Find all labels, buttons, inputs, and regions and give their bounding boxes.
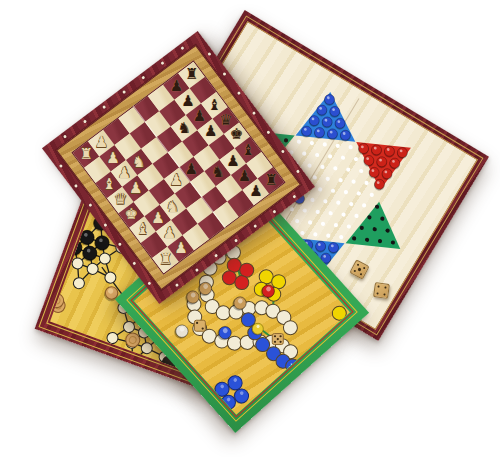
cc-hole — [346, 167, 351, 172]
chess-piece-black-n[interactable]: ♞ — [211, 166, 224, 181]
cc-hole — [333, 166, 338, 171]
frame-dot-inlay — [74, 184, 78, 188]
frame-dot-inlay — [234, 239, 238, 243]
cc-hole — [326, 233, 331, 238]
cc-hole — [325, 177, 330, 182]
frame-dot-inlay — [222, 72, 226, 76]
frame-dot-inlay — [118, 242, 122, 246]
die-pip — [358, 268, 361, 271]
cc-hole — [318, 187, 323, 192]
cc-hole — [297, 139, 302, 144]
frame-dot-inlay — [208, 52, 212, 56]
cc-hole — [338, 178, 343, 183]
die-pip — [376, 292, 379, 295]
die-pip — [384, 286, 387, 289]
cc-hole — [310, 198, 315, 203]
chess-piece-white-n[interactable]: ♞ — [166, 200, 179, 215]
frame-dot-inlay — [195, 268, 199, 272]
cc-hole — [315, 153, 320, 158]
cc-hole — [328, 154, 333, 159]
die-pip — [280, 340, 282, 342]
frame-dot-inlay — [253, 224, 257, 228]
cc-hole — [369, 193, 374, 198]
wooden-die-value-4[interactable] — [373, 282, 390, 299]
die-pip — [359, 272, 362, 275]
frame-dot-inlay — [122, 90, 126, 94]
wooden-die-on-ludo[interactable] — [194, 320, 205, 331]
frame-dot-inlay — [281, 150, 285, 154]
frame-dot-inlay — [89, 203, 93, 207]
cc-hole — [349, 202, 354, 207]
cc-hole — [348, 145, 353, 150]
chess-piece-white-b[interactable]: ♝ — [136, 222, 149, 237]
die-pip — [362, 266, 365, 269]
frame-dot-inlay — [175, 283, 179, 287]
die-pip — [356, 263, 359, 266]
cc-hole — [331, 188, 336, 193]
cc-hole — [354, 214, 359, 219]
cc-hole — [302, 208, 307, 213]
die-pip — [277, 337, 279, 339]
cc-hole — [341, 212, 346, 217]
morris-node[interactable] — [105, 331, 119, 345]
cc-hole — [312, 175, 317, 180]
cc-hole — [336, 200, 341, 205]
cc-hole — [290, 207, 295, 212]
cc-hole — [323, 199, 328, 204]
frame-dot-inlay — [292, 195, 296, 199]
cc-hole — [320, 165, 325, 170]
cc-hole — [347, 224, 352, 229]
game-compendium-scene: ★ ♜♟♟♜♟♟♝♟♞♞♟♝♛♟♟♛♚♟♟♚♝♟♞♞♟♝♟♟♜♟♟♜ — [0, 0, 500, 457]
cc-hole — [334, 223, 339, 228]
frame-dot-inlay — [102, 105, 106, 109]
die-pip — [274, 340, 276, 342]
cc-hole — [308, 220, 313, 225]
frame-dot-inlay — [296, 169, 300, 173]
cc-hole — [313, 232, 318, 237]
frame-dot-inlay — [266, 130, 270, 134]
cc-hole — [339, 235, 344, 240]
frame-dot-inlay — [237, 91, 241, 95]
frame-dot-inlay — [59, 164, 63, 168]
cc-hole — [321, 221, 326, 226]
cc-hole — [354, 157, 359, 162]
cc-hole — [335, 143, 340, 148]
frame-dot-inlay — [214, 253, 218, 257]
die-pip — [280, 334, 282, 336]
die-pip — [202, 327, 204, 329]
chess-piece-black-r[interactable]: ♜ — [185, 67, 198, 82]
cc-hole — [310, 141, 315, 146]
chess-piece-black-b[interactable]: ♝ — [242, 143, 255, 158]
frame-dot-inlay — [252, 111, 256, 115]
frame-dot-inlay — [83, 120, 87, 124]
die-pip — [274, 334, 276, 336]
cc-hole — [315, 210, 320, 215]
frame-dot-inlay — [272, 209, 276, 213]
cc-hole — [328, 211, 333, 216]
chess-piece-black-p[interactable]: ♟ — [204, 124, 217, 139]
cc-hole — [344, 190, 349, 195]
chess-piece-white-n[interactable]: ♞ — [132, 154, 145, 169]
die-pip — [196, 321, 198, 323]
cc-hole — [351, 179, 356, 184]
cc-hole — [357, 191, 362, 196]
chess-piece-black-n[interactable]: ♞ — [177, 120, 190, 135]
cc-hole — [300, 231, 305, 236]
frame-dot-inlay — [63, 134, 67, 138]
frame-dot-inlay — [180, 46, 184, 50]
cc-hole — [362, 203, 367, 208]
die-pip — [353, 269, 356, 272]
cc-hole — [359, 169, 364, 174]
frame-dot-inlay — [133, 261, 137, 265]
die-pip — [383, 293, 386, 296]
cc-hole — [322, 142, 327, 147]
chess-piece-white-p[interactable]: ♟ — [170, 173, 183, 188]
chess-piece-white-p[interactable]: ♟ — [174, 241, 187, 256]
cc-hole — [364, 181, 369, 186]
wooden-die-on-ludo[interactable] — [272, 333, 283, 344]
cc-hole — [341, 155, 346, 160]
chess-piece-black-p[interactable]: ♟ — [249, 184, 262, 199]
chess-piece-white-r[interactable]: ♜ — [159, 253, 172, 268]
die-pip — [377, 285, 380, 288]
chess-piece-black-r[interactable]: ♜ — [264, 173, 277, 188]
frame-dot-inlay — [161, 61, 165, 65]
frame-dot-inlay — [103, 222, 107, 226]
frame-dot-inlay — [147, 281, 151, 285]
cc-hole — [295, 219, 300, 224]
frame-dot-inlay — [141, 76, 145, 80]
cc-hole — [307, 163, 312, 168]
cc-hole — [302, 151, 307, 156]
chess-piece-black-p[interactable]: ♟ — [185, 162, 198, 177]
chess-piece-white-r[interactable]: ♜ — [79, 147, 92, 162]
chess-piece-white-p[interactable]: ♟ — [128, 181, 141, 196]
